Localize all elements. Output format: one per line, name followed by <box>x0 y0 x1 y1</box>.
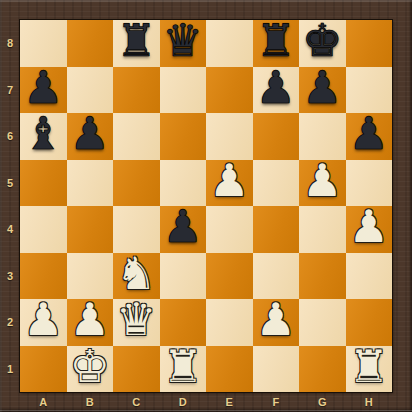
square-c4[interactable] <box>113 206 160 253</box>
square-e8[interactable] <box>206 20 253 67</box>
white-rook[interactable]: ♜ <box>163 346 203 391</box>
file-label-e: E <box>206 392 253 412</box>
square-h2[interactable] <box>346 299 393 346</box>
file-label-b: B <box>67 392 114 412</box>
square-c1[interactable] <box>113 346 160 393</box>
square-d5[interactable] <box>160 160 207 207</box>
square-g3[interactable] <box>299 253 346 300</box>
square-f3[interactable] <box>253 253 300 300</box>
white-pawn[interactable]: ♟ <box>302 160 342 205</box>
square-e3[interactable] <box>206 253 253 300</box>
file-label-a: A <box>20 392 67 412</box>
white-pawn[interactable]: ♟ <box>256 299 296 344</box>
black-pawn[interactable]: ♟ <box>70 113 110 158</box>
square-a8[interactable] <box>20 20 67 67</box>
black-pawn[interactable]: ♟ <box>256 67 296 112</box>
rank-label-4: 4 <box>0 206 20 253</box>
file-label-d: D <box>160 392 207 412</box>
square-c6[interactable] <box>113 113 160 160</box>
rank-label-2: 2 <box>0 299 20 346</box>
square-f1[interactable] <box>253 346 300 393</box>
square-g2[interactable] <box>299 299 346 346</box>
square-h7[interactable] <box>346 67 393 114</box>
black-rook[interactable]: ♜ <box>116 20 156 65</box>
rank-label-8: 8 <box>0 20 20 67</box>
square-g8[interactable]: ♚ <box>299 20 346 67</box>
square-b5[interactable] <box>67 160 114 207</box>
square-a3[interactable] <box>20 253 67 300</box>
square-a7[interactable]: ♟ <box>20 67 67 114</box>
square-h3[interactable] <box>346 253 393 300</box>
rank-label-6: 6 <box>0 113 20 160</box>
chess-board: ♜♛♜♚♟♟♟♝♟♟♟♟♟♟♞♟♟♛♟♚♜♜ <box>20 20 392 392</box>
white-pawn[interactable]: ♟ <box>209 160 249 205</box>
square-f6[interactable] <box>253 113 300 160</box>
rank-label-1: 1 <box>0 346 20 393</box>
square-a4[interactable] <box>20 206 67 253</box>
square-a1[interactable] <box>20 346 67 393</box>
black-pawn[interactable]: ♟ <box>23 67 63 112</box>
square-d7[interactable] <box>160 67 207 114</box>
black-king[interactable]: ♚ <box>302 20 342 65</box>
square-g6[interactable] <box>299 113 346 160</box>
square-f5[interactable] <box>253 160 300 207</box>
square-f4[interactable] <box>253 206 300 253</box>
square-c3[interactable]: ♞ <box>113 253 160 300</box>
square-a6[interactable]: ♝ <box>20 113 67 160</box>
square-g7[interactable]: ♟ <box>299 67 346 114</box>
square-d1[interactable]: ♜ <box>160 346 207 393</box>
square-c5[interactable] <box>113 160 160 207</box>
square-a5[interactable] <box>20 160 67 207</box>
square-c8[interactable]: ♜ <box>113 20 160 67</box>
square-e2[interactable] <box>206 299 253 346</box>
square-h5[interactable] <box>346 160 393 207</box>
square-h8[interactable] <box>346 20 393 67</box>
square-g4[interactable] <box>299 206 346 253</box>
square-h1[interactable]: ♜ <box>346 346 393 393</box>
square-e6[interactable] <box>206 113 253 160</box>
square-f7[interactable]: ♟ <box>253 67 300 114</box>
square-g1[interactable] <box>299 346 346 393</box>
rank-label-7: 7 <box>0 67 20 114</box>
black-pawn[interactable]: ♟ <box>163 206 203 251</box>
square-d4[interactable]: ♟ <box>160 206 207 253</box>
rank-label-3: 3 <box>0 253 20 300</box>
square-e1[interactable] <box>206 346 253 393</box>
white-king[interactable]: ♚ <box>70 346 110 391</box>
file-label-c: C <box>113 392 160 412</box>
square-h4[interactable]: ♟ <box>346 206 393 253</box>
rank-labels: 87654321 <box>0 20 20 392</box>
square-b6[interactable]: ♟ <box>67 113 114 160</box>
square-b7[interactable] <box>67 67 114 114</box>
square-e4[interactable] <box>206 206 253 253</box>
square-c7[interactable] <box>113 67 160 114</box>
square-c2[interactable]: ♛ <box>113 299 160 346</box>
file-labels: ABCDEFGH <box>20 392 392 412</box>
file-label-f: F <box>253 392 300 412</box>
square-a2[interactable]: ♟ <box>20 299 67 346</box>
square-g5[interactable]: ♟ <box>299 160 346 207</box>
white-rook[interactable]: ♜ <box>349 346 389 391</box>
white-knight[interactable]: ♞ <box>116 253 156 298</box>
white-queen[interactable]: ♛ <box>116 299 156 344</box>
rank-label-5: 5 <box>0 160 20 207</box>
square-d2[interactable] <box>160 299 207 346</box>
square-b2[interactable]: ♟ <box>67 299 114 346</box>
square-f2[interactable]: ♟ <box>253 299 300 346</box>
square-h6[interactable]: ♟ <box>346 113 393 160</box>
square-d6[interactable] <box>160 113 207 160</box>
black-rook[interactable]: ♜ <box>256 20 296 65</box>
black-pawn[interactable]: ♟ <box>302 67 342 112</box>
chess-board-frame: 87654321 ABCDEFGH ♜♛♜♚♟♟♟♝♟♟♟♟♟♟♞♟♟♛♟♚♜♜ <box>0 0 412 412</box>
square-b3[interactable] <box>67 253 114 300</box>
square-d8[interactable]: ♛ <box>160 20 207 67</box>
square-b8[interactable] <box>67 20 114 67</box>
file-label-g: G <box>299 392 346 412</box>
black-bishop[interactable]: ♝ <box>23 113 63 158</box>
square-f8[interactable]: ♜ <box>253 20 300 67</box>
file-label-h: H <box>346 392 393 412</box>
square-e7[interactable] <box>206 67 253 114</box>
square-e5[interactable]: ♟ <box>206 160 253 207</box>
square-b1[interactable]: ♚ <box>67 346 114 393</box>
square-d3[interactable] <box>160 253 207 300</box>
black-pawn[interactable]: ♟ <box>349 113 389 158</box>
white-pawn[interactable]: ♟ <box>349 206 389 251</box>
white-pawn[interactable]: ♟ <box>23 299 63 344</box>
white-pawn[interactable]: ♟ <box>70 299 110 344</box>
black-queen[interactable]: ♛ <box>163 20 203 65</box>
square-b4[interactable] <box>67 206 114 253</box>
